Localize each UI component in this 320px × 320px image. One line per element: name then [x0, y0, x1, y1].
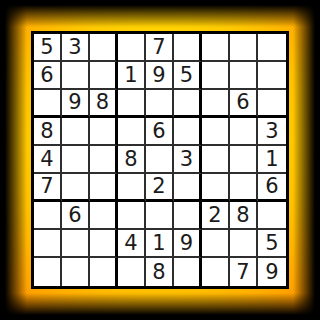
cell-r4c6[interactable] [174, 118, 202, 146]
cell-r4c3[interactable] [90, 118, 118, 146]
cell-r2c5[interactable]: 9 [146, 62, 174, 90]
given-digit: 6 [152, 121, 165, 142]
given-digit: 9 [180, 233, 193, 254]
cell-r7c3[interactable] [90, 202, 118, 230]
cell-r7c8[interactable]: 8 [230, 202, 258, 230]
cell-r4c7[interactable] [202, 118, 230, 146]
given-digit: 2 [208, 205, 221, 226]
cell-r2c2[interactable] [62, 62, 90, 90]
cell-r7c9[interactable] [258, 202, 286, 230]
background-glow: 537619598686348317266284195879 [0, 0, 320, 320]
sudoku-board: 537619598686348317266284195879 [31, 31, 289, 289]
cell-r3c1[interactable] [34, 90, 62, 118]
cell-r2c9[interactable] [258, 62, 286, 90]
cell-r1c9[interactable] [258, 34, 286, 62]
cell-r7c5[interactable] [146, 202, 174, 230]
cell-r2c4[interactable]: 1 [118, 62, 146, 90]
cell-r3c2[interactable]: 9 [62, 90, 90, 118]
cell-r9c2[interactable] [62, 258, 90, 286]
cell-r5c2[interactable] [62, 146, 90, 174]
cell-r9c1[interactable] [34, 258, 62, 286]
cell-r6c1[interactable]: 7 [34, 174, 62, 202]
cell-r4c1[interactable]: 8 [34, 118, 62, 146]
cell-r9c7[interactable] [202, 258, 230, 286]
given-digit: 8 [236, 205, 249, 226]
cell-r2c1[interactable]: 6 [34, 62, 62, 90]
given-digit: 3 [265, 121, 278, 142]
given-digit: 3 [180, 149, 193, 170]
cell-r1c6[interactable] [174, 34, 202, 62]
cell-r3c3[interactable]: 8 [90, 90, 118, 118]
cell-r2c8[interactable] [230, 62, 258, 90]
cell-r5c7[interactable] [202, 146, 230, 174]
cell-r1c1[interactable]: 5 [34, 34, 62, 62]
cell-r1c2[interactable]: 3 [62, 34, 90, 62]
cell-r8c1[interactable] [34, 230, 62, 258]
cell-r8c5[interactable]: 1 [146, 230, 174, 258]
given-digit: 1 [124, 65, 137, 86]
cell-r9c9[interactable]: 9 [258, 258, 286, 286]
cell-r9c5[interactable]: 8 [146, 258, 174, 286]
given-digit: 5 [265, 233, 278, 254]
given-digit: 9 [152, 65, 165, 86]
cell-r8c3[interactable] [90, 230, 118, 258]
cell-r3c7[interactable] [202, 90, 230, 118]
cell-r8c8[interactable] [230, 230, 258, 258]
cell-r1c5[interactable]: 7 [146, 34, 174, 62]
given-digit: 4 [40, 149, 53, 170]
cell-r1c8[interactable] [230, 34, 258, 62]
cell-r6c3[interactable] [90, 174, 118, 202]
cell-r5c6[interactable]: 3 [174, 146, 202, 174]
given-digit: 8 [40, 121, 53, 142]
cell-r5c4[interactable]: 8 [118, 146, 146, 174]
given-digit: 7 [152, 37, 165, 58]
cell-r4c9[interactable]: 3 [258, 118, 286, 146]
given-digit: 2 [152, 176, 165, 197]
given-digit: 9 [265, 262, 278, 283]
cell-r5c3[interactable] [90, 146, 118, 174]
cell-r9c6[interactable] [174, 258, 202, 286]
cell-r1c7[interactable] [202, 34, 230, 62]
cell-r7c1[interactable] [34, 202, 62, 230]
given-digit: 6 [68, 205, 81, 226]
cell-r3c9[interactable] [258, 90, 286, 118]
cell-r5c9[interactable]: 1 [258, 146, 286, 174]
cell-r7c2[interactable]: 6 [62, 202, 90, 230]
cell-r3c8[interactable]: 6 [230, 90, 258, 118]
cell-r8c6[interactable]: 9 [174, 230, 202, 258]
cell-r9c4[interactable] [118, 258, 146, 286]
given-digit: 8 [96, 92, 109, 113]
given-digit: 8 [124, 149, 137, 170]
cell-r7c6[interactable] [174, 202, 202, 230]
cell-r8c7[interactable] [202, 230, 230, 258]
cell-r6c8[interactable] [230, 174, 258, 202]
cell-r8c4[interactable]: 4 [118, 230, 146, 258]
cell-r2c3[interactable] [90, 62, 118, 90]
cell-r6c6[interactable] [174, 174, 202, 202]
given-digit: 6 [236, 92, 249, 113]
cell-r8c9[interactable]: 5 [258, 230, 286, 258]
given-digit: 3 [68, 37, 81, 58]
given-digit: 5 [40, 37, 53, 58]
cell-r3c4[interactable] [118, 90, 146, 118]
cell-r3c5[interactable] [146, 90, 174, 118]
cell-r9c3[interactable] [90, 258, 118, 286]
given-digit: 6 [40, 65, 53, 86]
cell-r6c7[interactable] [202, 174, 230, 202]
cell-r1c3[interactable] [90, 34, 118, 62]
given-digit: 5 [180, 65, 193, 86]
cell-r5c8[interactable] [230, 146, 258, 174]
given-digit: 7 [236, 262, 249, 283]
cell-r6c9[interactable]: 6 [258, 174, 286, 202]
cell-r7c7[interactable]: 2 [202, 202, 230, 230]
given-digit: 4 [124, 233, 137, 254]
cell-r4c5[interactable]: 6 [146, 118, 174, 146]
given-digit: 8 [152, 262, 165, 283]
given-digit: 6 [265, 176, 278, 197]
given-digit: 1 [265, 149, 278, 170]
cell-r6c5[interactable]: 2 [146, 174, 174, 202]
cell-r2c6[interactable]: 5 [174, 62, 202, 90]
cell-r3c6[interactable] [174, 90, 202, 118]
cell-r8c2[interactable] [62, 230, 90, 258]
cell-r9c8[interactable]: 7 [230, 258, 258, 286]
given-digit: 9 [68, 92, 81, 113]
cell-r5c5[interactable] [146, 146, 174, 174]
cell-r6c2[interactable] [62, 174, 90, 202]
given-digit: 1 [152, 233, 165, 254]
cell-r1c4[interactable] [118, 34, 146, 62]
cell-r6c4[interactable] [118, 174, 146, 202]
cell-r4c8[interactable] [230, 118, 258, 146]
given-digit: 7 [40, 176, 53, 197]
cell-r5c1[interactable]: 4 [34, 146, 62, 174]
cell-r7c4[interactable] [118, 202, 146, 230]
cell-r2c7[interactable] [202, 62, 230, 90]
cell-r4c2[interactable] [62, 118, 90, 146]
cell-r4c4[interactable] [118, 118, 146, 146]
